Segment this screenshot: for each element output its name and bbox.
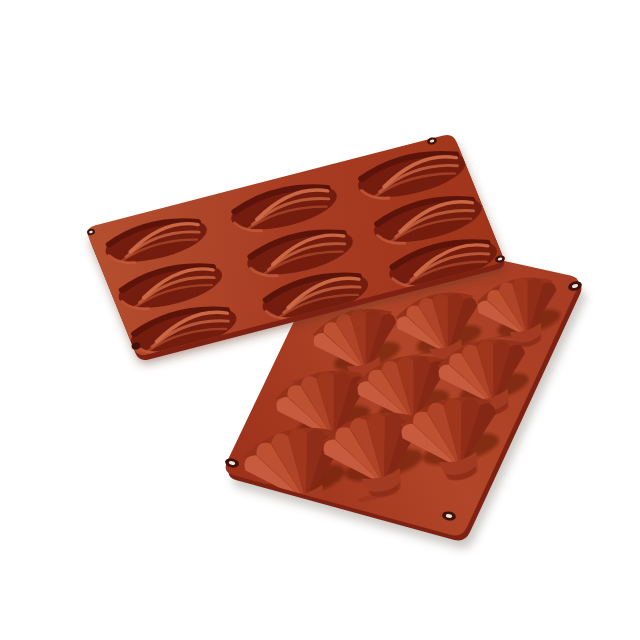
madeleine-molds-photo (0, 0, 640, 640)
product-photo-stage: Product photo: two terracotta silicone m… (0, 0, 640, 640)
